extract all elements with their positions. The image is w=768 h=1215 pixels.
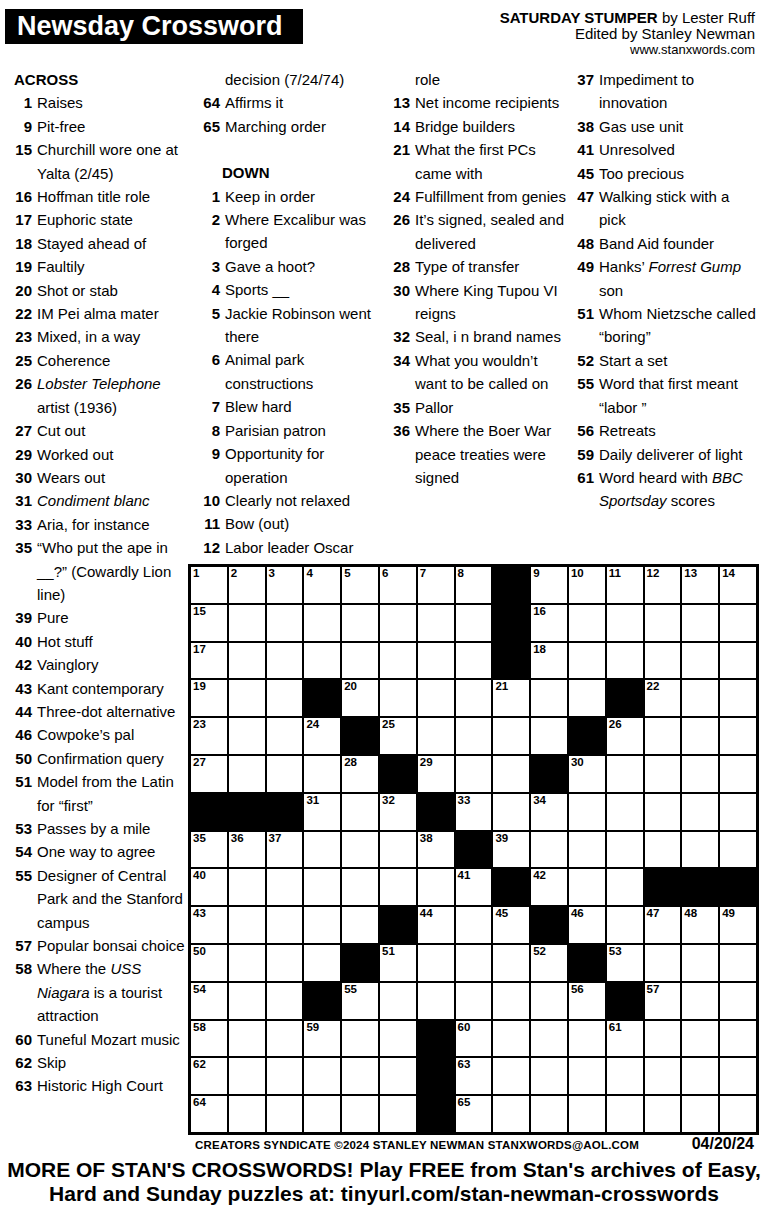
clue-number: 1 bbox=[8, 91, 32, 114]
grid-cell-r6c9[interactable] bbox=[492, 755, 530, 793]
grid-cell-r14c5[interactable] bbox=[341, 1057, 379, 1095]
clue-text: Aria, for instance bbox=[37, 513, 188, 536]
cell-number-48: 48 bbox=[684, 907, 697, 920]
grid-cell-r9c2[interactable] bbox=[228, 868, 266, 906]
grid-cell-r3c14[interactable] bbox=[681, 642, 719, 680]
across-clue-column: ACROSS1Raises9Pit-free15Churchill wore o… bbox=[8, 68, 188, 1098]
grid-cell-r1c1[interactable]: 1 bbox=[190, 566, 228, 604]
grid-cell-r12c1[interactable]: 54 bbox=[190, 982, 228, 1020]
grid-cell-r6c2[interactable] bbox=[228, 755, 266, 793]
grid-cell-r1c12[interactable]: 11 bbox=[606, 566, 644, 604]
grid-cell-r3c4[interactable] bbox=[303, 642, 341, 680]
grid-cell-r9c5[interactable] bbox=[341, 868, 379, 906]
clue-51: 51Model from the Latin for “first” bbox=[8, 770, 188, 817]
clue-19: 19Faultily bbox=[8, 255, 188, 278]
grid-cell-r15c8[interactable]: 65 bbox=[455, 1095, 493, 1133]
grid-cell-r6c15[interactable] bbox=[719, 755, 757, 793]
grid-cell-r12c5[interactable]: 55 bbox=[341, 982, 379, 1020]
grid-cell-r15c9[interactable] bbox=[492, 1095, 530, 1133]
grid-cell-r3c11[interactable] bbox=[568, 642, 606, 680]
grid-cell-r13c12[interactable]: 61 bbox=[606, 1020, 644, 1058]
grid-cell-r7c2-black bbox=[228, 793, 266, 831]
grid-cell-r10c13[interactable]: 47 bbox=[644, 906, 682, 944]
grid-cell-r13c15[interactable] bbox=[719, 1020, 757, 1058]
grid-cell-r11c14[interactable] bbox=[681, 944, 719, 982]
cell-number-49: 49 bbox=[722, 907, 735, 920]
grid-cell-r13c6[interactable] bbox=[379, 1020, 417, 1058]
grid-cell-r14c2[interactable] bbox=[228, 1057, 266, 1095]
clue-text: Historic High Court bbox=[37, 1074, 188, 1097]
grid-cell-r7c9[interactable] bbox=[492, 793, 530, 831]
grid-cell-r9c6[interactable] bbox=[379, 868, 417, 906]
grid-cell-r8c11[interactable] bbox=[568, 831, 606, 869]
cell-number-55: 55 bbox=[344, 983, 357, 996]
grid-cell-r7c12[interactable] bbox=[606, 793, 644, 831]
grid-cell-r13c8[interactable]: 60 bbox=[455, 1020, 493, 1058]
grid-cell-r5c15[interactable] bbox=[719, 717, 757, 755]
grid-cell-r10c1[interactable]: 43 bbox=[190, 906, 228, 944]
cell-number-42: 42 bbox=[533, 869, 546, 882]
grid-cell-r2c5[interactable] bbox=[341, 604, 379, 642]
grid-cell-r10c15[interactable]: 49 bbox=[719, 906, 757, 944]
clue-9: 9Opportunity for operation bbox=[196, 442, 378, 489]
edited-by: Edited by Stanley Newman bbox=[500, 26, 755, 42]
grid-cell-r12c2[interactable] bbox=[228, 982, 266, 1020]
grid-cell-r11c4[interactable] bbox=[303, 944, 341, 982]
grid-cell-r8c10[interactable] bbox=[530, 831, 568, 869]
clue-text: Bow (out) bbox=[225, 512, 378, 535]
clue-text: Hot stuff bbox=[37, 630, 188, 653]
grid-cell-r11c1[interactable]: 50 bbox=[190, 944, 228, 982]
cell-number-16: 16 bbox=[533, 605, 546, 618]
grid-cell-r11c10[interactable]: 52 bbox=[530, 944, 568, 982]
grid-cell-r14c4[interactable] bbox=[303, 1057, 341, 1095]
cell-number-21: 21 bbox=[495, 680, 508, 693]
grid-cell-r4c4-black bbox=[303, 679, 341, 717]
grid-cell-r15c4[interactable] bbox=[303, 1095, 341, 1133]
clue-number: 62 bbox=[8, 1051, 32, 1074]
clue-text: Shot or stab bbox=[37, 279, 188, 302]
grid-cell-r12c9[interactable] bbox=[492, 982, 530, 1020]
grid-cell-r10c7[interactable]: 44 bbox=[417, 906, 455, 944]
grid-cell-r2c12[interactable] bbox=[606, 604, 644, 642]
clue-number: 41 bbox=[568, 138, 594, 161]
grid-cell-r7c13[interactable] bbox=[644, 793, 682, 831]
clue-text: Popular bonsai choice bbox=[37, 934, 188, 957]
grid-cell-r4c1[interactable]: 19 bbox=[190, 679, 228, 717]
grid-cell-r2c14[interactable] bbox=[681, 604, 719, 642]
grid-cell-r8c13[interactable] bbox=[644, 831, 682, 869]
grid-cell-r7c8[interactable]: 33 bbox=[455, 793, 493, 831]
clue-number: 50 bbox=[8, 747, 32, 770]
grid-cell-r11c3[interactable] bbox=[266, 944, 304, 982]
grid-cell-r4c6[interactable] bbox=[379, 679, 417, 717]
grid-cell-r4c2[interactable] bbox=[228, 679, 266, 717]
grid-cell-r14c6[interactable] bbox=[379, 1057, 417, 1095]
clue-text: Unresolved bbox=[599, 138, 760, 161]
clue-48: 48Band Aid founder bbox=[568, 232, 760, 255]
grid-cell-r14c10[interactable] bbox=[530, 1057, 568, 1095]
clue-9: 9Pit-free bbox=[8, 115, 188, 138]
grid-cell-r14c9[interactable] bbox=[492, 1057, 530, 1095]
puzzle-date: 04/20/24 bbox=[692, 1135, 754, 1153]
grid-cell-r7c15[interactable] bbox=[719, 793, 757, 831]
grid-cell-r2c1[interactable]: 15 bbox=[190, 604, 228, 642]
clue-43: 43Kant contemporary bbox=[8, 677, 188, 700]
grid-cell-r5c10[interactable] bbox=[530, 717, 568, 755]
grid-cell-r11c8[interactable] bbox=[455, 944, 493, 982]
clue-text: Keep in order bbox=[225, 185, 378, 208]
grid-cell-r13c3[interactable] bbox=[266, 1020, 304, 1058]
grid-cell-r2c15[interactable] bbox=[719, 604, 757, 642]
grid-cell-r8c7[interactable]: 38 bbox=[417, 831, 455, 869]
grid-cell-r10c9[interactable]: 45 bbox=[492, 906, 530, 944]
grid-cell-r10c8[interactable] bbox=[455, 906, 493, 944]
cell-number-3: 3 bbox=[269, 567, 275, 580]
grid-cell-r7c5[interactable] bbox=[341, 793, 379, 831]
grid-cell-r3c8[interactable] bbox=[455, 642, 493, 680]
clue-text: Cut out bbox=[37, 419, 188, 442]
cell-number-28: 28 bbox=[344, 756, 357, 769]
grid-cell-r14c11[interactable] bbox=[568, 1057, 606, 1095]
grid-cell-r13c4[interactable]: 59 bbox=[303, 1020, 341, 1058]
grid-cell-r6c14[interactable] bbox=[681, 755, 719, 793]
across-down-clue-column: decision (7/24/74)64Affirms it65Marching… bbox=[196, 68, 378, 559]
clue-number: 51 bbox=[568, 302, 594, 349]
grid-cell-r1c11[interactable]: 10 bbox=[568, 566, 606, 604]
grid-cell-r5c8[interactable] bbox=[455, 717, 493, 755]
clue-number: 45 bbox=[568, 162, 594, 185]
grid-cell-r3c3[interactable] bbox=[266, 642, 304, 680]
grid-cell-r1c14[interactable]: 13 bbox=[681, 566, 719, 604]
grid-cell-r8c8-black bbox=[455, 831, 493, 869]
clue-15: 15Churchill wore one at Yalta (2/45) bbox=[8, 138, 188, 185]
grid-cell-r15c10[interactable] bbox=[530, 1095, 568, 1133]
clue-64: 64Affirms it bbox=[196, 91, 378, 114]
grid-cell-r14c15[interactable] bbox=[719, 1057, 757, 1095]
grid-cell-r13c14[interactable] bbox=[681, 1020, 719, 1058]
grid-cell-r1c10[interactable]: 9 bbox=[530, 566, 568, 604]
clue-text: Whom Nietzsche called “boring” bbox=[599, 302, 760, 349]
grid-cell-r4c12-black bbox=[606, 679, 644, 717]
grid-cell-r6c7[interactable]: 29 bbox=[417, 755, 455, 793]
grid-cell-r13c2[interactable] bbox=[228, 1020, 266, 1058]
cell-number-51: 51 bbox=[382, 945, 395, 958]
grid-cell-r5c9[interactable] bbox=[492, 717, 530, 755]
grid-cell-r11c13[interactable] bbox=[644, 944, 682, 982]
grid-cell-r1c7[interactable]: 7 bbox=[417, 566, 455, 604]
clue-41: 41Unresolved bbox=[568, 138, 760, 161]
grid-cell-r6c3[interactable] bbox=[266, 755, 304, 793]
clue-number: 38 bbox=[568, 115, 594, 138]
grid-cell-r12c6[interactable] bbox=[379, 982, 417, 1020]
promo-text: MORE OF STAN'S CROSSWORDS! Play FREE fro… bbox=[0, 1158, 768, 1206]
grid-cell-r3c7[interactable] bbox=[417, 642, 455, 680]
grid-cell-r15c12[interactable] bbox=[606, 1095, 644, 1133]
grid-cell-r13c1[interactable]: 58 bbox=[190, 1020, 228, 1058]
grid-cell-r4c7[interactable] bbox=[417, 679, 455, 717]
grid-cell-r15c13[interactable] bbox=[644, 1095, 682, 1133]
clue-text: Animal park constructions bbox=[225, 348, 378, 395]
cell-number-37: 37 bbox=[269, 832, 282, 845]
grid-cell-r8c9[interactable]: 39 bbox=[492, 831, 530, 869]
clue-14: 14Bridge builders bbox=[384, 115, 566, 138]
grid-cell-r4c9[interactable]: 21 bbox=[492, 679, 530, 717]
cell-number-44: 44 bbox=[420, 907, 433, 920]
grid-cell-r4c14[interactable] bbox=[681, 679, 719, 717]
clue-number: 8 bbox=[196, 419, 220, 442]
grid-cell-r12c11[interactable]: 56 bbox=[568, 982, 606, 1020]
grid-cell-r4c10[interactable] bbox=[530, 679, 568, 717]
grid-cell-r14c12[interactable] bbox=[606, 1057, 644, 1095]
grid-cell-r10c5[interactable] bbox=[341, 906, 379, 944]
grid-cell-r2c10[interactable]: 16 bbox=[530, 604, 568, 642]
grid-cell-r10c11[interactable]: 46 bbox=[568, 906, 606, 944]
clue-number: 19 bbox=[8, 255, 32, 278]
grid-cell-r12c13[interactable]: 57 bbox=[644, 982, 682, 1020]
grid-cell-r1c8[interactable]: 8 bbox=[455, 566, 493, 604]
grid-cell-r5c12[interactable]: 26 bbox=[606, 717, 644, 755]
grid-cell-r8c14[interactable] bbox=[681, 831, 719, 869]
grid-cell-r12c15[interactable] bbox=[719, 982, 757, 1020]
grid-cell-r15c6[interactable] bbox=[379, 1095, 417, 1133]
clue-53: 53Passes by a mile bbox=[8, 817, 188, 840]
grid-cell-r10c3[interactable] bbox=[266, 906, 304, 944]
clue-number: 21 bbox=[384, 138, 410, 185]
grid-cell-r1c3[interactable]: 3 bbox=[266, 566, 304, 604]
grid-cell-r4c8[interactable] bbox=[455, 679, 493, 717]
clue-number: 42 bbox=[8, 653, 32, 676]
clue-25: 25Coherence bbox=[8, 349, 188, 372]
grid-cell-r3c6[interactable] bbox=[379, 642, 417, 680]
grid-cell-r4c3[interactable] bbox=[266, 679, 304, 717]
grid-cell-r1c6[interactable]: 6 bbox=[379, 566, 417, 604]
grid-cell-r4c13[interactable]: 22 bbox=[644, 679, 682, 717]
clue-text: One way to agree bbox=[37, 840, 188, 863]
grid-cell-r5c13[interactable] bbox=[644, 717, 682, 755]
grid-cell-r11c7[interactable] bbox=[417, 944, 455, 982]
clue-number: 49 bbox=[568, 255, 594, 302]
grid-cell-r9c10[interactable]: 42 bbox=[530, 868, 568, 906]
grid-cell-r2c3[interactable] bbox=[266, 604, 304, 642]
grid-cell-r14c8[interactable]: 63 bbox=[455, 1057, 493, 1095]
grid-cell-r3c2[interactable] bbox=[228, 642, 266, 680]
grid-cell-r8c15[interactable] bbox=[719, 831, 757, 869]
cell-number-8: 8 bbox=[458, 567, 464, 580]
clue-number: 5 bbox=[196, 302, 220, 349]
grid-cell-r11c15[interactable] bbox=[719, 944, 757, 982]
cell-number-62: 62 bbox=[193, 1058, 206, 1071]
clue-number: 18 bbox=[8, 232, 32, 255]
cell-number-40: 40 bbox=[193, 869, 206, 882]
grid-cell-r15c14[interactable] bbox=[681, 1095, 719, 1133]
cell-number-36: 36 bbox=[231, 832, 244, 845]
grid-cell-r4c5[interactable]: 20 bbox=[341, 679, 379, 717]
grid-cell-r9c9-black bbox=[492, 868, 530, 906]
grid-cell-r1c13[interactable]: 12 bbox=[644, 566, 682, 604]
grid-cell-r15c5[interactable] bbox=[341, 1095, 379, 1133]
grid-cell-r5c4[interactable]: 24 bbox=[303, 717, 341, 755]
grid-cell-r13c5[interactable] bbox=[341, 1020, 379, 1058]
grid-cell-r7c10[interactable]: 34 bbox=[530, 793, 568, 831]
cell-number-13: 13 bbox=[684, 567, 697, 580]
grid-cell-r4c15[interactable] bbox=[719, 679, 757, 717]
grid-cell-r12c14[interactable] bbox=[681, 982, 719, 1020]
grid-cell-r6c11[interactable]: 30 bbox=[568, 755, 606, 793]
grid-cell-r12c8[interactable] bbox=[455, 982, 493, 1020]
grid-cell-r9c7[interactable] bbox=[417, 868, 455, 906]
grid-cell-r8c5[interactable] bbox=[341, 831, 379, 869]
clue-1: 1Keep in order bbox=[196, 185, 378, 208]
grid-cell-r9c13-black bbox=[644, 868, 682, 906]
grid-cell-r6c8[interactable] bbox=[455, 755, 493, 793]
grid-cell-r5c7[interactable] bbox=[417, 717, 455, 755]
clue-text: Three-dot alternative bbox=[37, 700, 188, 723]
clue-number: 11 bbox=[196, 512, 220, 535]
grid-cell-r3c1[interactable]: 17 bbox=[190, 642, 228, 680]
clue-1: 1Raises bbox=[8, 91, 188, 114]
grid-cell-r4c11[interactable] bbox=[568, 679, 606, 717]
grid-cell-r8c12[interactable] bbox=[606, 831, 644, 869]
grid-cell-r8c4[interactable] bbox=[303, 831, 341, 869]
grid-cell-r3c10[interactable]: 18 bbox=[530, 642, 568, 680]
grid-cell-r14c1[interactable]: 62 bbox=[190, 1057, 228, 1095]
grid-cell-r3c5[interactable] bbox=[341, 642, 379, 680]
grid-cell-r8c6[interactable] bbox=[379, 831, 417, 869]
clue-63: 63Historic High Court bbox=[8, 1074, 188, 1097]
grid-cell-r5c14[interactable] bbox=[681, 717, 719, 755]
grid-cell-r14c7-black bbox=[417, 1057, 455, 1095]
clue-38: 38Gas use unit bbox=[568, 115, 760, 138]
grid-cell-r2c11[interactable] bbox=[568, 604, 606, 642]
grid-cell-r6c13[interactable] bbox=[644, 755, 682, 793]
grid-cell-r15c3[interactable] bbox=[266, 1095, 304, 1133]
clue-16: 16Hoffman title role bbox=[8, 185, 188, 208]
grid-cell-r10c2[interactable] bbox=[228, 906, 266, 944]
clue-33: 33Aria, for instance bbox=[8, 513, 188, 536]
grid-cell-r6c4[interactable] bbox=[303, 755, 341, 793]
grid-cell-r3c12[interactable] bbox=[606, 642, 644, 680]
grid-cell-r5c3[interactable] bbox=[266, 717, 304, 755]
grid-cell-r11c12[interactable]: 53 bbox=[606, 944, 644, 982]
clue-number: 51 bbox=[8, 770, 32, 817]
grid-cell-r13c10[interactable] bbox=[530, 1020, 568, 1058]
grid-cell-r1c5[interactable]: 5 bbox=[341, 566, 379, 604]
clue-text: Sports __ bbox=[225, 278, 378, 301]
grid-cell-r12c7[interactable] bbox=[417, 982, 455, 1020]
grid-cell-r10c14[interactable]: 48 bbox=[681, 906, 719, 944]
clue-number: 9 bbox=[8, 115, 32, 138]
cell-number-32: 32 bbox=[382, 794, 395, 807]
clue-49: 49Hanks’ Forrest Gump son bbox=[568, 255, 760, 302]
clue-text: Labor leader Oscar bbox=[225, 536, 378, 559]
grid-cell-r1c15[interactable]: 14 bbox=[719, 566, 757, 604]
grid-cell-r6c5[interactable]: 28 bbox=[341, 755, 379, 793]
grid-cell-r5c2[interactable] bbox=[228, 717, 266, 755]
grid-cell-r5c6[interactable]: 25 bbox=[379, 717, 417, 755]
clue-text: Lobster Telephone artist (1936) bbox=[37, 372, 188, 419]
clue-13: 13Net income recipients bbox=[384, 91, 566, 114]
grid-cell-r10c12[interactable] bbox=[606, 906, 644, 944]
clue-number: 43 bbox=[8, 677, 32, 700]
grid-cell-r5c1[interactable]: 23 bbox=[190, 717, 228, 755]
grid-cell-r6c12[interactable] bbox=[606, 755, 644, 793]
grid-cell-r9c12[interactable] bbox=[606, 868, 644, 906]
grid-cell-r11c5-black bbox=[341, 944, 379, 982]
grid-cell-r7c6[interactable]: 32 bbox=[379, 793, 417, 831]
grid-cell-r3c13[interactable] bbox=[644, 642, 682, 680]
grid-cell-r10c4[interactable] bbox=[303, 906, 341, 944]
grid-cell-r8c2[interactable]: 36 bbox=[228, 831, 266, 869]
clue-55: 55Designer of Central Park and the Stanf… bbox=[8, 864, 188, 934]
byline-author: by Lester Ruff bbox=[658, 9, 755, 26]
grid-cell-r2c8[interactable] bbox=[455, 604, 493, 642]
grid-cell-r9c11[interactable] bbox=[568, 868, 606, 906]
grid-cell-r9c1[interactable]: 40 bbox=[190, 868, 228, 906]
grid-cell-r2c7[interactable] bbox=[417, 604, 455, 642]
grid-cell-r6c1[interactable]: 27 bbox=[190, 755, 228, 793]
clue-18: 18Stayed ahead of bbox=[8, 232, 188, 255]
clue-5: 5Jackie Robinson went there bbox=[196, 302, 378, 349]
grid-cell-r2c13[interactable] bbox=[644, 604, 682, 642]
grid-cell-r8c3[interactable]: 37 bbox=[266, 831, 304, 869]
clue-text: Pit-free bbox=[37, 115, 188, 138]
grid-cell-r8c1[interactable]: 35 bbox=[190, 831, 228, 869]
grid-cell-r14c13[interactable] bbox=[644, 1057, 682, 1095]
clue-text: Word that first meant “labor ” bbox=[599, 372, 760, 419]
grid-cell-r14c14[interactable] bbox=[681, 1057, 719, 1095]
clue-text: decision (7/24/74) bbox=[225, 68, 378, 91]
grid-cell-r12c3[interactable] bbox=[266, 982, 304, 1020]
grid-cell-r11c9[interactable] bbox=[492, 944, 530, 982]
grid-cell-r2c4[interactable] bbox=[303, 604, 341, 642]
grid-cell-r1c4[interactable]: 4 bbox=[303, 566, 341, 604]
cell-number-7: 7 bbox=[420, 567, 426, 580]
clue-37: 37Impediment to innovation bbox=[568, 68, 760, 115]
grid-cell-r6c10-black bbox=[530, 755, 568, 793]
grid-cell-r3c15[interactable] bbox=[719, 642, 757, 680]
clue-text: Condiment blanc bbox=[37, 489, 188, 512]
grid-cell-r2c2[interactable] bbox=[228, 604, 266, 642]
grid-cell-r9c8[interactable]: 41 bbox=[455, 868, 493, 906]
grid-cell-r1c2[interactable]: 2 bbox=[228, 566, 266, 604]
grid-cell-r15c1[interactable]: 64 bbox=[190, 1095, 228, 1133]
grid-cell-r2c6[interactable] bbox=[379, 604, 417, 642]
grid-cell-r7c4[interactable]: 31 bbox=[303, 793, 341, 831]
clue-text: Retreats bbox=[599, 419, 760, 442]
grid-cell-r15c15[interactable] bbox=[719, 1095, 757, 1133]
grid-cell-r15c2[interactable] bbox=[228, 1095, 266, 1133]
grid-cell-r15c11[interactable] bbox=[568, 1095, 606, 1133]
cell-number-61: 61 bbox=[609, 1021, 622, 1034]
clue-text: Seal, i n brand names bbox=[415, 325, 566, 348]
grid-cell-r11c6[interactable]: 51 bbox=[379, 944, 417, 982]
grid-cell-r9c4[interactable] bbox=[303, 868, 341, 906]
grid-cell-r13c9[interactable] bbox=[492, 1020, 530, 1058]
cell-number-1: 1 bbox=[193, 567, 199, 580]
grid-cell-r11c2[interactable] bbox=[228, 944, 266, 982]
clue-text: Parisian patron bbox=[225, 419, 378, 442]
clue-21: 21What the first PCs came with bbox=[384, 138, 566, 185]
grid-cell-r9c3[interactable] bbox=[266, 868, 304, 906]
grid-cell-r14c3[interactable] bbox=[266, 1057, 304, 1095]
grid-cell-r12c10[interactable] bbox=[530, 982, 568, 1020]
grid-cell-r7c14[interactable] bbox=[681, 793, 719, 831]
grid-cell-r7c11[interactable] bbox=[568, 793, 606, 831]
grid-cell-r13c11[interactable] bbox=[568, 1020, 606, 1058]
grid-cell-r13c13[interactable] bbox=[644, 1020, 682, 1058]
clue-number: 53 bbox=[8, 817, 32, 840]
